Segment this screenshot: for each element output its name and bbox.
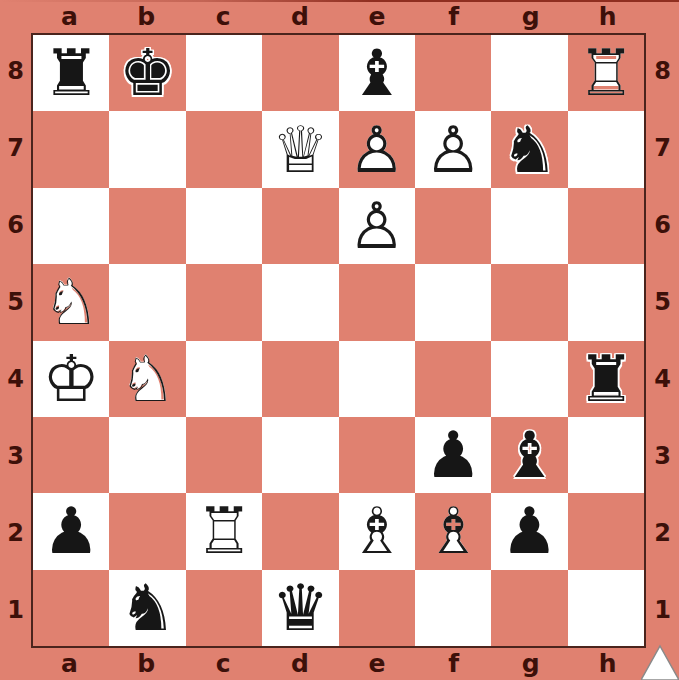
file-label-e: e — [339, 0, 416, 33]
square-g6[interactable] — [491, 188, 567, 264]
square-f5[interactable] — [415, 264, 491, 340]
piece-black-pawn-g2: ♟ — [491, 493, 567, 569]
rank-label-5: 5 — [646, 264, 679, 341]
rank-label-6: 6 — [0, 187, 31, 264]
rank-label-5: 5 — [0, 264, 31, 341]
square-c6[interactable] — [186, 188, 262, 264]
square-e8[interactable]: ♝ — [339, 35, 415, 111]
square-e5[interactable] — [339, 264, 415, 340]
square-h2[interactable] — [568, 493, 644, 569]
rank-label-2: 2 — [0, 494, 31, 571]
piece-black-knight-g7: ♞ — [491, 111, 567, 187]
rank-label-2: 2 — [646, 494, 679, 571]
square-b1[interactable]: ♞ — [109, 570, 185, 646]
piece-black-pawn-f3: ♟ — [415, 417, 491, 493]
square-b2[interactable] — [109, 493, 185, 569]
piece-black-queen-d1: ♛ — [262, 570, 338, 646]
square-f3[interactable]: ♟ — [415, 417, 491, 493]
file-label-f: f — [415, 647, 492, 680]
piece-white-queen-d7: ♕ — [262, 111, 338, 187]
file-label-g: g — [492, 0, 569, 33]
square-h7[interactable] — [568, 111, 644, 187]
square-f1[interactable] — [415, 570, 491, 646]
piece-white-knight-b4: ♘ — [109, 341, 185, 417]
square-c3[interactable] — [186, 417, 262, 493]
square-f2[interactable]: ♝♗ — [415, 493, 491, 569]
piece-white-pawn-e7: ♙ — [339, 111, 415, 187]
square-c1[interactable] — [186, 570, 262, 646]
square-b4[interactable]: ♞♘ — [109, 341, 185, 417]
square-h1[interactable] — [568, 570, 644, 646]
piece-white-pawn-e6: ♙ — [339, 188, 415, 264]
square-f6[interactable] — [415, 188, 491, 264]
piece-black-bishop-g3: ♝ — [491, 417, 567, 493]
square-g1[interactable] — [491, 570, 567, 646]
rank-label-3: 3 — [0, 417, 31, 494]
square-e2[interactable]: ♝♗ — [339, 493, 415, 569]
square-g4[interactable] — [491, 341, 567, 417]
square-g5[interactable] — [491, 264, 567, 340]
rank-label-4: 4 — [646, 341, 679, 418]
square-h3[interactable] — [568, 417, 644, 493]
square-g7[interactable]: ♞ — [491, 111, 567, 187]
square-d4[interactable] — [262, 341, 338, 417]
file-label-a: a — [31, 647, 108, 680]
square-d6[interactable] — [262, 188, 338, 264]
square-a7[interactable] — [33, 111, 109, 187]
piece-white-pawn-f7: ♙ — [415, 111, 491, 187]
file-label-h: h — [569, 0, 646, 33]
square-e6[interactable]: ♟♙ — [339, 188, 415, 264]
rank-label-4: 4 — [0, 341, 31, 418]
file-label-c: c — [185, 0, 262, 33]
piece-black-king-b8: ♚ — [109, 35, 185, 111]
rank-label-8: 8 — [0, 33, 31, 110]
piece-white-bishop-e2: ♗ — [339, 493, 415, 569]
piece-black-bishop-e8: ♝ — [339, 35, 415, 111]
square-h8[interactable]: ♜♖ — [568, 35, 644, 111]
square-f7[interactable]: ♟♙ — [415, 111, 491, 187]
file-label-c: c — [185, 647, 262, 680]
square-f8[interactable] — [415, 35, 491, 111]
square-f4[interactable] — [415, 341, 491, 417]
piece-white-rook-h8: ♖ — [568, 35, 644, 111]
square-a4[interactable]: ♚♔ — [33, 341, 109, 417]
rank-label-8: 8 — [646, 33, 679, 110]
square-d3[interactable] — [262, 417, 338, 493]
piece-black-knight-b1: ♞ — [109, 570, 185, 646]
square-h4[interactable]: ♜ — [568, 341, 644, 417]
square-d5[interactable] — [262, 264, 338, 340]
rank-label-1: 1 — [646, 571, 679, 648]
file-labels-top: abcdefgh — [31, 0, 646, 33]
piece-black-rook-a8: ♜ — [33, 35, 109, 111]
square-a8[interactable]: ♜ — [33, 35, 109, 111]
chess-diagram: abcdefgh 87654321 ♜♚♝♜♖♛♕♟♙♟♙♞♟♙♞♘♚♔♞♘♜♟… — [0, 0, 679, 680]
square-g3[interactable]: ♝ — [491, 417, 567, 493]
file-label-b: b — [108, 0, 185, 33]
square-c2[interactable]: ♜♖ — [186, 493, 262, 569]
rank-label-1: 1 — [0, 571, 31, 648]
square-a6[interactable] — [33, 188, 109, 264]
square-a1[interactable] — [33, 570, 109, 646]
chess-board: ♜♚♝♜♖♛♕♟♙♟♙♞♟♙♞♘♚♔♞♘♜♟♝♟♜♖♝♗♝♗♟♞♛ — [31, 33, 646, 648]
square-e3[interactable] — [339, 417, 415, 493]
file-label-b: b — [108, 647, 185, 680]
square-d8[interactable] — [262, 35, 338, 111]
rank-label-7: 7 — [0, 110, 31, 187]
file-label-d: d — [262, 647, 339, 680]
square-a5[interactable]: ♞♘ — [33, 264, 109, 340]
cursor-triangle-icon — [641, 644, 679, 680]
square-a2[interactable]: ♟ — [33, 493, 109, 569]
square-d2[interactable] — [262, 493, 338, 569]
square-c5[interactable] — [186, 264, 262, 340]
square-d7[interactable]: ♛♕ — [262, 111, 338, 187]
file-label-d: d — [262, 0, 339, 33]
square-b5[interactable] — [109, 264, 185, 340]
file-labels-bottom: abcdefgh — [31, 647, 646, 680]
rank-label-6: 6 — [646, 187, 679, 264]
piece-black-rook-h4: ♜ — [568, 341, 644, 417]
piece-white-knight-a5: ♘ — [33, 264, 109, 340]
square-c4[interactable] — [186, 341, 262, 417]
rank-label-7: 7 — [646, 110, 679, 187]
square-h6[interactable] — [568, 188, 644, 264]
square-c7[interactable] — [186, 111, 262, 187]
square-g8[interactable] — [491, 35, 567, 111]
piece-black-pawn-a2: ♟ — [33, 493, 109, 569]
file-label-h: h — [569, 647, 646, 680]
square-b8[interactable]: ♚ — [109, 35, 185, 111]
piece-white-bishop-f2: ♗ — [415, 493, 491, 569]
piece-white-king-a4: ♔ — [33, 341, 109, 417]
square-e4[interactable] — [339, 341, 415, 417]
square-b3[interactable] — [109, 417, 185, 493]
file-label-a: a — [31, 0, 108, 33]
rank-labels-left: 87654321 — [0, 33, 31, 648]
file-label-e: e — [339, 647, 416, 680]
square-h5[interactable] — [568, 264, 644, 340]
square-d1[interactable]: ♛ — [262, 570, 338, 646]
square-b6[interactable] — [109, 188, 185, 264]
square-a3[interactable] — [33, 417, 109, 493]
square-e7[interactable]: ♟♙ — [339, 111, 415, 187]
piece-white-rook-c2: ♖ — [186, 493, 262, 569]
rank-label-3: 3 — [646, 417, 679, 494]
square-e1[interactable] — [339, 570, 415, 646]
square-g2[interactable]: ♟ — [491, 493, 567, 569]
file-label-f: f — [415, 0, 492, 33]
square-c8[interactable] — [186, 35, 262, 111]
file-label-g: g — [492, 647, 569, 680]
rank-labels-right: 87654321 — [646, 33, 679, 648]
square-b7[interactable] — [109, 111, 185, 187]
